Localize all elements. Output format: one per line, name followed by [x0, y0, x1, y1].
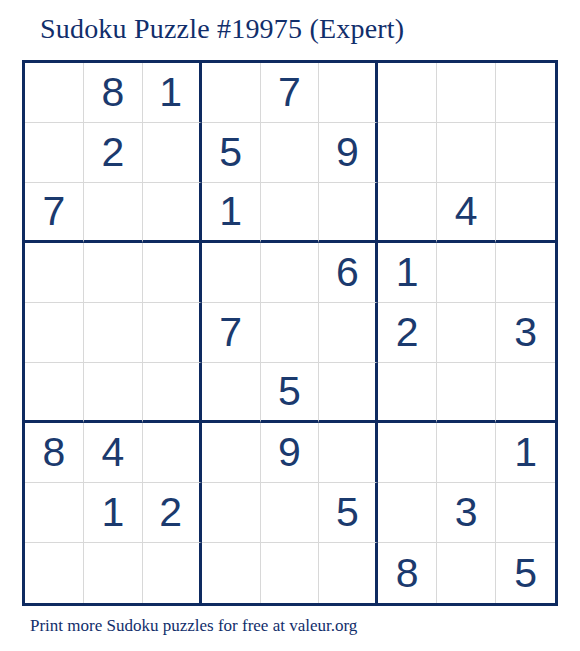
- cell-r7c9[interactable]: 1: [496, 423, 555, 483]
- footer-text: Print more Sudoku puzzles for free at va…: [30, 616, 357, 636]
- cell-r8c3[interactable]: 2: [143, 483, 202, 543]
- cell-r8c4[interactable]: [202, 483, 261, 543]
- cell-r2c1[interactable]: [25, 123, 84, 183]
- cell-r5c1[interactable]: [25, 303, 84, 363]
- cell-r8c6[interactable]: 5: [319, 483, 378, 543]
- cell-r1c6[interactable]: [319, 63, 378, 123]
- cell-r5c9[interactable]: 3: [496, 303, 555, 363]
- cell-r7c4[interactable]: [202, 423, 261, 483]
- cell-r9c6[interactable]: [319, 543, 378, 603]
- cell-r7c5[interactable]: 9: [261, 423, 320, 483]
- cell-r9c2[interactable]: [84, 543, 143, 603]
- cell-r4c2[interactable]: [84, 243, 143, 303]
- cell-r7c3[interactable]: [143, 423, 202, 483]
- cell-r2c6[interactable]: 9: [319, 123, 378, 183]
- cell-r3c1[interactable]: 7: [25, 183, 84, 243]
- cell-r4c1[interactable]: [25, 243, 84, 303]
- cell-r6c5[interactable]: 5: [261, 363, 320, 423]
- cell-r1c9[interactable]: [496, 63, 555, 123]
- cell-r2c7[interactable]: [378, 123, 437, 183]
- cell-r5c5[interactable]: [261, 303, 320, 363]
- cell-r4c4[interactable]: [202, 243, 261, 303]
- cell-r1c2[interactable]: 8: [84, 63, 143, 123]
- cell-r2c8[interactable]: [437, 123, 496, 183]
- cell-r1c3[interactable]: 1: [143, 63, 202, 123]
- cell-r6c4[interactable]: [202, 363, 261, 423]
- sudoku-page: Sudoku Puzzle #19975 (Expert) 8172597146…: [0, 0, 580, 651]
- cell-r3c7[interactable]: [378, 183, 437, 243]
- cell-r7c6[interactable]: [319, 423, 378, 483]
- cell-r5c2[interactable]: [84, 303, 143, 363]
- cell-r7c8[interactable]: [437, 423, 496, 483]
- cell-r1c7[interactable]: [378, 63, 437, 123]
- cell-r3c3[interactable]: [143, 183, 202, 243]
- cell-r4c5[interactable]: [261, 243, 320, 303]
- cell-r8c5[interactable]: [261, 483, 320, 543]
- cell-r9c9[interactable]: 5: [496, 543, 555, 603]
- cell-r3c2[interactable]: [84, 183, 143, 243]
- cell-r8c7[interactable]: [378, 483, 437, 543]
- cell-r3c9[interactable]: [496, 183, 555, 243]
- cell-r5c7[interactable]: 2: [378, 303, 437, 363]
- cell-r3c8[interactable]: 4: [437, 183, 496, 243]
- cell-r4c6[interactable]: 6: [319, 243, 378, 303]
- cell-r4c8[interactable]: [437, 243, 496, 303]
- cell-r3c4[interactable]: 1: [202, 183, 261, 243]
- cell-r1c4[interactable]: [202, 63, 261, 123]
- cell-r3c6[interactable]: [319, 183, 378, 243]
- cell-r9c7[interactable]: 8: [378, 543, 437, 603]
- cell-r1c5[interactable]: 7: [261, 63, 320, 123]
- cell-r6c3[interactable]: [143, 363, 202, 423]
- cell-r9c8[interactable]: [437, 543, 496, 603]
- cell-r6c9[interactable]: [496, 363, 555, 423]
- cell-r9c5[interactable]: [261, 543, 320, 603]
- cell-r6c8[interactable]: [437, 363, 496, 423]
- cell-r2c3[interactable]: [143, 123, 202, 183]
- page-title: Sudoku Puzzle #19975 (Expert): [40, 13, 404, 45]
- cell-r6c7[interactable]: [378, 363, 437, 423]
- cell-r6c1[interactable]: [25, 363, 84, 423]
- cell-r8c2[interactable]: 1: [84, 483, 143, 543]
- cell-r2c5[interactable]: [261, 123, 320, 183]
- cell-r6c2[interactable]: [84, 363, 143, 423]
- cell-r4c9[interactable]: [496, 243, 555, 303]
- sudoku-grid: 8172597146172358491125385: [22, 60, 558, 606]
- cell-r4c3[interactable]: [143, 243, 202, 303]
- cell-r1c1[interactable]: [25, 63, 84, 123]
- cell-r8c8[interactable]: 3: [437, 483, 496, 543]
- cell-r1c8[interactable]: [437, 63, 496, 123]
- cell-r5c4[interactable]: 7: [202, 303, 261, 363]
- cell-r3c5[interactable]: [261, 183, 320, 243]
- cell-r2c4[interactable]: 5: [202, 123, 261, 183]
- cell-r5c3[interactable]: [143, 303, 202, 363]
- cell-r8c1[interactable]: [25, 483, 84, 543]
- cell-r9c4[interactable]: [202, 543, 261, 603]
- cell-r9c1[interactable]: [25, 543, 84, 603]
- cell-r7c2[interactable]: 4: [84, 423, 143, 483]
- cell-r7c7[interactable]: [378, 423, 437, 483]
- cell-r8c9[interactable]: [496, 483, 555, 543]
- cell-r2c2[interactable]: 2: [84, 123, 143, 183]
- cell-r2c9[interactable]: [496, 123, 555, 183]
- cell-r5c6[interactable]: [319, 303, 378, 363]
- cell-r5c8[interactable]: [437, 303, 496, 363]
- cell-r6c6[interactable]: [319, 363, 378, 423]
- cell-r7c1[interactable]: 8: [25, 423, 84, 483]
- cell-r9c3[interactable]: [143, 543, 202, 603]
- cell-r4c7[interactable]: 1: [378, 243, 437, 303]
